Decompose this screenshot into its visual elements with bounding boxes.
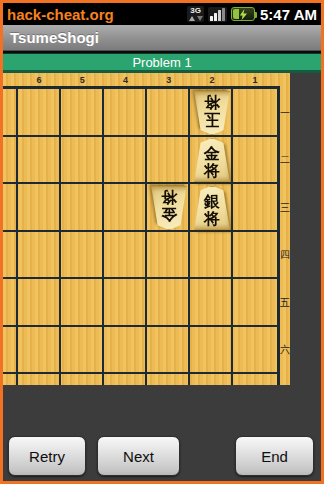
status-bar: hack-cheat.org 3G 5:47 AM [3, 3, 321, 25]
board-cell[interactable] [233, 374, 276, 385]
board-cell[interactable] [147, 279, 190, 327]
next-button[interactable]: Next [97, 436, 180, 476]
board-cell[interactable] [18, 374, 61, 385]
board-cell[interactable] [61, 137, 104, 185]
board-cell[interactable] [61, 374, 104, 385]
shogi-piece-king-gote[interactable]: 玉将 [193, 91, 231, 135]
piece-face: 金将 [193, 138, 231, 182]
rank-label: 五 [280, 279, 290, 327]
piece-kanji: 玉 [204, 111, 220, 128]
board-cell[interactable] [190, 232, 233, 280]
board-cell[interactable] [233, 232, 276, 280]
shogi-piece-gold-gote[interactable]: 金将 [150, 186, 188, 230]
shogi-piece-gold-sente[interactable]: 金将 [193, 138, 231, 182]
file-label: 1 [234, 73, 277, 86]
signal-bars-icon [208, 7, 227, 22]
problem-label: Problem 1 [132, 55, 191, 70]
board-cell[interactable] [18, 232, 61, 280]
watermark-text: hack-cheat.org [7, 6, 183, 23]
file-labels: 654321 [3, 73, 290, 86]
rank-label: 二 [280, 137, 290, 185]
file-label: 6 [18, 73, 61, 86]
status-time: 5:47 AM [260, 6, 317, 23]
board-cell[interactable] [147, 232, 190, 280]
board-cell[interactable] [61, 184, 104, 232]
board-area: 654321 一二三四五六 玉将金将金将銀将 Retry Next End [3, 73, 321, 481]
board-cell[interactable] [18, 279, 61, 327]
board-cell[interactable] [147, 374, 190, 385]
board-cell[interactable] [61, 327, 104, 375]
board-cell[interactable] [233, 184, 276, 232]
board-cell[interactable] [18, 137, 61, 185]
board-cell[interactable] [233, 327, 276, 375]
board-cell[interactable] [61, 279, 104, 327]
button-bar: Retry Next End [3, 436, 321, 476]
app-title: TsumeShogi [10, 29, 99, 46]
piece-kanji: 金 [204, 145, 220, 162]
piece-face: 玉将 [193, 91, 231, 135]
board-cell[interactable] [190, 374, 233, 385]
board-cell[interactable] [104, 279, 147, 327]
device-frame: hack-cheat.org 3G 5:47 AM TsumeShogi Pro… [0, 0, 324, 484]
network-3g-icon: 3G [187, 6, 204, 22]
board-cell[interactable] [190, 279, 233, 327]
app-screen: hack-cheat.org 3G 5:47 AM TsumeShogi Pro… [3, 3, 321, 481]
board-cell[interactable] [233, 137, 276, 185]
piece-kanji: 将 [204, 210, 220, 227]
problem-bar: Problem 1 [3, 53, 321, 73]
board-cell[interactable] [18, 184, 61, 232]
shogi-board-grid [3, 86, 280, 385]
board-cell[interactable] [104, 137, 147, 185]
shogi-piece-silver-sente[interactable]: 銀将 [193, 186, 231, 230]
file-label: 2 [190, 73, 233, 86]
board-cell[interactable] [61, 89, 104, 137]
board-cell[interactable] [104, 232, 147, 280]
board-cell[interactable] [233, 279, 276, 327]
battery-charging-icon [231, 7, 255, 21]
rank-labels: 一二三四五六 [280, 73, 290, 385]
board-cell[interactable] [147, 137, 190, 185]
board-cell[interactable] [3, 327, 18, 375]
piece-kanji: 将 [204, 94, 220, 111]
board-cell[interactable] [147, 89, 190, 137]
board-cell[interactable] [104, 327, 147, 375]
file-label: 5 [61, 73, 104, 86]
board-cell[interactable] [3, 374, 18, 385]
battery-nub [255, 12, 257, 18]
piece-face: 金将 [150, 186, 188, 230]
board-cell[interactable] [233, 89, 276, 137]
lightning-bolt-icon [239, 9, 248, 20]
board-cell[interactable] [104, 89, 147, 137]
board-cell[interactable] [3, 232, 18, 280]
file-label: 3 [147, 73, 190, 86]
piece-kanji: 銀 [204, 193, 220, 210]
network-3g-label: 3G [190, 7, 201, 15]
shogi-board: 654321 一二三四五六 玉将金将金将銀将 [3, 73, 290, 385]
end-button[interactable]: End [235, 436, 314, 476]
rank-label: 六 [280, 327, 290, 375]
board-cell[interactable] [3, 89, 18, 137]
network-arrows-icon [189, 16, 203, 21]
board-cell[interactable] [18, 89, 61, 137]
board-cell[interactable] [147, 327, 190, 375]
board-cell[interactable] [190, 327, 233, 375]
rank-label: 一 [280, 89, 290, 137]
board-cell[interactable] [61, 232, 104, 280]
piece-face: 銀将 [193, 186, 231, 230]
piece-kanji: 将 [204, 162, 220, 179]
board-cell[interactable] [104, 184, 147, 232]
board-cell[interactable] [3, 184, 18, 232]
file-label: 4 [104, 73, 147, 86]
board-cell[interactable] [104, 374, 147, 385]
board-cell[interactable] [18, 327, 61, 375]
piece-kanji: 将 [161, 189, 177, 206]
rank-label: 三 [280, 184, 290, 232]
rank-label: 四 [280, 232, 290, 280]
piece-kanji: 金 [161, 206, 177, 223]
board-cell[interactable] [3, 137, 18, 185]
title-bar: TsumeShogi [3, 25, 321, 51]
retry-button[interactable]: Retry [8, 436, 86, 476]
board-cell[interactable] [3, 279, 18, 327]
